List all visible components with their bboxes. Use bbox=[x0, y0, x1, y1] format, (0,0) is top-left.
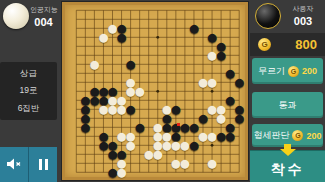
board-cell[interactable]: ● bbox=[198, 78, 207, 87]
board-cell[interactable] bbox=[208, 24, 217, 33]
board-cell[interactable] bbox=[117, 51, 126, 60]
board-cell[interactable] bbox=[126, 123, 135, 132]
board-cell[interactable] bbox=[108, 78, 117, 87]
board-cell[interactable] bbox=[217, 33, 226, 42]
board-cell[interactable] bbox=[135, 78, 144, 87]
board-cell[interactable] bbox=[235, 24, 244, 33]
board-cell[interactable]: ● bbox=[208, 51, 217, 60]
board-cell[interactable]: ● bbox=[235, 114, 244, 123]
board-cell[interactable] bbox=[126, 168, 135, 177]
board-cell[interactable] bbox=[153, 33, 162, 42]
board-cell[interactable] bbox=[189, 87, 198, 96]
board-cell[interactable] bbox=[90, 15, 99, 24]
board-cell[interactable] bbox=[171, 42, 180, 51]
board-cell[interactable] bbox=[126, 159, 135, 168]
board-cell[interactable] bbox=[217, 15, 226, 24]
board-cell[interactable]: ● bbox=[108, 96, 117, 105]
board-cell[interactable] bbox=[126, 42, 135, 51]
board-cell[interactable] bbox=[162, 159, 171, 168]
board-cell[interactable] bbox=[99, 78, 108, 87]
board-cell[interactable] bbox=[126, 24, 135, 33]
board-cell[interactable] bbox=[90, 42, 99, 51]
board-cell[interactable] bbox=[99, 51, 108, 60]
board-cell[interactable] bbox=[99, 6, 108, 15]
board-cell[interactable] bbox=[226, 78, 235, 87]
board-cell[interactable] bbox=[99, 60, 108, 69]
board-cell[interactable] bbox=[90, 6, 99, 15]
board-cell[interactable] bbox=[144, 105, 153, 114]
board-cell[interactable] bbox=[135, 60, 144, 69]
board-cell[interactable] bbox=[226, 6, 235, 15]
board-cell[interactable]: ● bbox=[126, 78, 135, 87]
board-cell[interactable] bbox=[144, 96, 153, 105]
board-cell[interactable]: ● bbox=[81, 123, 90, 132]
board-cell[interactable]: ● bbox=[235, 78, 244, 87]
board-cell[interactable] bbox=[208, 141, 217, 150]
board-cell[interactable] bbox=[108, 123, 117, 132]
board-cell[interactable] bbox=[99, 15, 108, 24]
board-cell[interactable] bbox=[235, 123, 244, 132]
board-cell[interactable] bbox=[208, 168, 217, 177]
board-cell[interactable] bbox=[90, 123, 99, 132]
board-cell[interactable] bbox=[198, 96, 207, 105]
board-cell[interactable] bbox=[126, 96, 135, 105]
board-cell[interactable] bbox=[72, 51, 81, 60]
board-cell[interactable] bbox=[189, 159, 198, 168]
board-cell[interactable] bbox=[198, 87, 207, 96]
board-cell[interactable] bbox=[235, 168, 244, 177]
board-cell[interactable]: ● bbox=[81, 114, 90, 123]
board-cell[interactable] bbox=[171, 6, 180, 15]
board-cell[interactable] bbox=[198, 60, 207, 69]
board-cell[interactable] bbox=[180, 114, 189, 123]
board-cell[interactable] bbox=[90, 132, 99, 141]
board-cell[interactable] bbox=[235, 15, 244, 24]
board-cell[interactable] bbox=[235, 6, 244, 15]
board-cell[interactable] bbox=[90, 78, 99, 87]
board-cell[interactable] bbox=[180, 150, 189, 159]
board-cell[interactable] bbox=[198, 51, 207, 60]
board-cell[interactable] bbox=[153, 78, 162, 87]
board-cell[interactable] bbox=[217, 6, 226, 15]
board-cell[interactable] bbox=[153, 114, 162, 123]
board-cell[interactable] bbox=[144, 69, 153, 78]
board-cell[interactable] bbox=[198, 15, 207, 24]
board-cell[interactable] bbox=[208, 42, 217, 51]
board-cell[interactable] bbox=[135, 24, 144, 33]
board-cell[interactable] bbox=[72, 150, 81, 159]
board-cell[interactable] bbox=[135, 33, 144, 42]
board-cell[interactable] bbox=[90, 141, 99, 150]
board-cell[interactable] bbox=[226, 51, 235, 60]
board-cell[interactable] bbox=[226, 159, 235, 168]
board-cell[interactable] bbox=[117, 123, 126, 132]
board-cell[interactable] bbox=[180, 33, 189, 42]
board-cell[interactable] bbox=[198, 141, 207, 150]
board-cell[interactable] bbox=[198, 33, 207, 42]
board-cell[interactable] bbox=[144, 114, 153, 123]
board-cell[interactable] bbox=[135, 69, 144, 78]
board-cell[interactable]: ● bbox=[153, 150, 162, 159]
board-cell[interactable] bbox=[198, 24, 207, 33]
board-cell[interactable] bbox=[198, 42, 207, 51]
board-cell[interactable] bbox=[162, 69, 171, 78]
board-cell[interactable] bbox=[72, 42, 81, 51]
board-cell[interactable] bbox=[171, 87, 180, 96]
board-cell[interactable]: ● bbox=[126, 60, 135, 69]
board-cell[interactable]: ● bbox=[171, 132, 180, 141]
board-cell[interactable] bbox=[198, 6, 207, 15]
board-cell[interactable] bbox=[189, 69, 198, 78]
board-cell[interactable] bbox=[153, 87, 162, 96]
board-cell[interactable] bbox=[117, 78, 126, 87]
board-cell[interactable] bbox=[153, 6, 162, 15]
board-cell[interactable] bbox=[235, 51, 244, 60]
board-cell[interactable] bbox=[171, 150, 180, 159]
board-cell[interactable]: ● bbox=[108, 24, 117, 33]
board-cell[interactable]: ● bbox=[126, 141, 135, 150]
board-cell[interactable] bbox=[81, 87, 90, 96]
board-cell[interactable] bbox=[90, 168, 99, 177]
board-cell[interactable] bbox=[81, 15, 90, 24]
board-cell[interactable]: ● bbox=[117, 159, 126, 168]
board-cell[interactable]: ● bbox=[198, 114, 207, 123]
board-cell[interactable]: ● bbox=[99, 87, 108, 96]
board-cell[interactable]: ● bbox=[171, 123, 180, 132]
board-cell[interactable] bbox=[189, 150, 198, 159]
board-cell[interactable] bbox=[81, 24, 90, 33]
board-cell[interactable] bbox=[126, 51, 135, 60]
board-cell[interactable]: ● bbox=[126, 87, 135, 96]
board-cell[interactable] bbox=[126, 114, 135, 123]
board-cell[interactable] bbox=[189, 33, 198, 42]
board-cell[interactable] bbox=[117, 42, 126, 51]
board-cell[interactable] bbox=[108, 60, 117, 69]
board-cell[interactable]: ● bbox=[117, 168, 126, 177]
board-cell[interactable] bbox=[162, 33, 171, 42]
board-cell[interactable] bbox=[144, 168, 153, 177]
board-cell[interactable] bbox=[135, 150, 144, 159]
board-cell[interactable]: ● bbox=[226, 123, 235, 132]
board-cell[interactable] bbox=[72, 96, 81, 105]
board-cell[interactable] bbox=[217, 168, 226, 177]
board-cell[interactable] bbox=[235, 69, 244, 78]
board-cell[interactable] bbox=[135, 96, 144, 105]
board-cell[interactable] bbox=[235, 159, 244, 168]
board-cell[interactable]: ● bbox=[162, 123, 171, 132]
board-cell[interactable]: ● bbox=[162, 114, 171, 123]
board-cell[interactable] bbox=[153, 168, 162, 177]
board-cell[interactable] bbox=[217, 60, 226, 69]
board-cell[interactable] bbox=[90, 51, 99, 60]
board-cell[interactable] bbox=[81, 132, 90, 141]
board-cell[interactable] bbox=[208, 87, 217, 96]
board-cell[interactable] bbox=[72, 123, 81, 132]
board-cell[interactable] bbox=[99, 69, 108, 78]
board-cell[interactable] bbox=[208, 60, 217, 69]
board-cell[interactable]: ● bbox=[235, 105, 244, 114]
board-cell[interactable] bbox=[217, 78, 226, 87]
board-cell[interactable] bbox=[108, 33, 117, 42]
board-cell[interactable] bbox=[117, 87, 126, 96]
board-cell[interactable] bbox=[72, 6, 81, 15]
board-cell[interactable] bbox=[235, 150, 244, 159]
board-cell[interactable]: ● bbox=[99, 105, 108, 114]
board-cell[interactable] bbox=[135, 15, 144, 24]
board-cell[interactable] bbox=[208, 15, 217, 24]
board-cell[interactable] bbox=[72, 33, 81, 42]
board-cell[interactable] bbox=[144, 33, 153, 42]
place-stone-button[interactable]: 착수 bbox=[250, 150, 325, 182]
board-cell[interactable]: ● bbox=[153, 132, 162, 141]
board-cell[interactable] bbox=[108, 42, 117, 51]
board-cell[interactable] bbox=[189, 60, 198, 69]
board-cell[interactable] bbox=[135, 42, 144, 51]
board-cell[interactable]: ● bbox=[162, 141, 171, 150]
board-cell[interactable] bbox=[144, 24, 153, 33]
board-cell[interactable] bbox=[144, 78, 153, 87]
board-cell[interactable] bbox=[208, 96, 217, 105]
board-cell[interactable]: ● bbox=[198, 132, 207, 141]
board-cell[interactable] bbox=[180, 168, 189, 177]
board-cell[interactable] bbox=[90, 69, 99, 78]
board-cell[interactable] bbox=[226, 33, 235, 42]
board-cell[interactable]: ● bbox=[126, 105, 135, 114]
board-cell[interactable]: ● bbox=[117, 105, 126, 114]
board-cell[interactable] bbox=[72, 69, 81, 78]
board-cell[interactable] bbox=[171, 33, 180, 42]
board-cell[interactable]: ● bbox=[189, 123, 198, 132]
board-cell[interactable] bbox=[162, 96, 171, 105]
board-cell[interactable] bbox=[72, 114, 81, 123]
board-cell[interactable] bbox=[72, 24, 81, 33]
board-cell[interactable]: ● bbox=[117, 96, 126, 105]
board-cell[interactable] bbox=[171, 96, 180, 105]
board-cell[interactable] bbox=[189, 105, 198, 114]
board-cell[interactable] bbox=[235, 96, 244, 105]
board-cell[interactable] bbox=[235, 132, 244, 141]
board-cell[interactable] bbox=[180, 15, 189, 24]
board-cell[interactable] bbox=[144, 159, 153, 168]
board-cell[interactable] bbox=[81, 150, 90, 159]
board-cell[interactable]: ● bbox=[189, 24, 198, 33]
board-cell[interactable] bbox=[217, 96, 226, 105]
board-cell[interactable]: ● bbox=[117, 132, 126, 141]
board-cell[interactable] bbox=[171, 114, 180, 123]
board-cell[interactable] bbox=[153, 105, 162, 114]
board-cell[interactable] bbox=[217, 24, 226, 33]
board-cell[interactable] bbox=[108, 159, 117, 168]
board-cell[interactable] bbox=[162, 60, 171, 69]
board-cell[interactable] bbox=[126, 69, 135, 78]
board-cell[interactable] bbox=[171, 15, 180, 24]
board-cell[interactable] bbox=[198, 150, 207, 159]
board-cell[interactable] bbox=[189, 51, 198, 60]
board-cell[interactable] bbox=[162, 6, 171, 15]
board-cell[interactable]: ● bbox=[217, 132, 226, 141]
board-cell[interactable]: ● bbox=[208, 105, 217, 114]
board-cell[interactable] bbox=[81, 168, 90, 177]
board-cell[interactable] bbox=[226, 150, 235, 159]
board-cell[interactable]: ● bbox=[162, 105, 171, 114]
board-cell[interactable] bbox=[162, 42, 171, 51]
board-cell[interactable] bbox=[226, 168, 235, 177]
board-cell[interactable]: ● bbox=[99, 96, 108, 105]
board-cell[interactable]: ● bbox=[153, 123, 162, 132]
board-cell[interactable] bbox=[171, 60, 180, 69]
board-cell[interactable]: ● bbox=[226, 69, 235, 78]
board-cell[interactable] bbox=[180, 69, 189, 78]
board-cell[interactable] bbox=[217, 141, 226, 150]
board-cell[interactable]: ● bbox=[208, 78, 217, 87]
board-cell[interactable] bbox=[108, 51, 117, 60]
board-cell[interactable] bbox=[217, 123, 226, 132]
board-cell[interactable] bbox=[81, 159, 90, 168]
board-cell[interactable] bbox=[126, 15, 135, 24]
board-cell[interactable] bbox=[180, 78, 189, 87]
board-cell[interactable] bbox=[72, 159, 81, 168]
board-cell[interactable]: ● bbox=[217, 114, 226, 123]
board-cell[interactable] bbox=[208, 6, 217, 15]
board-cell[interactable] bbox=[108, 114, 117, 123]
board-cell[interactable] bbox=[198, 123, 207, 132]
board-cell[interactable] bbox=[180, 60, 189, 69]
board-cell[interactable] bbox=[117, 15, 126, 24]
board-cell[interactable] bbox=[226, 15, 235, 24]
pause-button[interactable] bbox=[29, 147, 57, 182]
board-cell[interactable] bbox=[90, 24, 99, 33]
board-cell[interactable] bbox=[117, 6, 126, 15]
board-cell[interactable] bbox=[81, 69, 90, 78]
board-cell[interactable] bbox=[162, 150, 171, 159]
board-cell[interactable]: ● bbox=[117, 33, 126, 42]
board-cell[interactable] bbox=[153, 159, 162, 168]
board-cell[interactable] bbox=[81, 6, 90, 15]
board-cell[interactable] bbox=[171, 168, 180, 177]
board-cell[interactable]: ● bbox=[189, 141, 198, 150]
board-cell[interactable]: ● bbox=[99, 33, 108, 42]
board-cell[interactable] bbox=[208, 69, 217, 78]
board-cell[interactable] bbox=[180, 105, 189, 114]
board-cell[interactable] bbox=[72, 105, 81, 114]
board-cell[interactable] bbox=[99, 123, 108, 132]
board-cell[interactable] bbox=[226, 60, 235, 69]
board-cell[interactable] bbox=[108, 69, 117, 78]
board-cell[interactable] bbox=[226, 87, 235, 96]
board-cell[interactable] bbox=[189, 132, 198, 141]
board-cell[interactable] bbox=[90, 159, 99, 168]
board-cell[interactable] bbox=[208, 114, 217, 123]
board-cell[interactable] bbox=[90, 114, 99, 123]
board-cell[interactable] bbox=[189, 42, 198, 51]
board-cell[interactable] bbox=[117, 141, 126, 150]
board-cell[interactable]: ● bbox=[217, 42, 226, 51]
board-cell[interactable] bbox=[81, 42, 90, 51]
board-cell[interactable] bbox=[180, 96, 189, 105]
board-cell[interactable] bbox=[235, 60, 244, 69]
board-cell[interactable]: ● bbox=[90, 60, 99, 69]
board-cell[interactable] bbox=[144, 87, 153, 96]
board-cell[interactable]: ● bbox=[108, 168, 117, 177]
board-cell[interactable]: ● bbox=[81, 96, 90, 105]
board-cell[interactable] bbox=[144, 51, 153, 60]
board-cell[interactable] bbox=[217, 69, 226, 78]
board-cell[interactable] bbox=[180, 42, 189, 51]
board-cell[interactable] bbox=[180, 132, 189, 141]
board-cell[interactable] bbox=[171, 78, 180, 87]
board-cell[interactable] bbox=[144, 42, 153, 51]
board-cell[interactable] bbox=[126, 33, 135, 42]
undo-button[interactable]: 무르기 G 200 bbox=[252, 58, 323, 84]
board-cell[interactable] bbox=[144, 15, 153, 24]
board-cell[interactable] bbox=[135, 141, 144, 150]
board-cell[interactable] bbox=[90, 33, 99, 42]
board-cell[interactable]: ● bbox=[81, 105, 90, 114]
board-cell[interactable] bbox=[162, 87, 171, 96]
board-cell[interactable] bbox=[153, 51, 162, 60]
board-cell[interactable] bbox=[162, 24, 171, 33]
board-cell[interactable] bbox=[144, 132, 153, 141]
board-cell[interactable] bbox=[126, 6, 135, 15]
board-cell[interactable] bbox=[90, 105, 99, 114]
board-cell[interactable] bbox=[217, 87, 226, 96]
board-cell[interactable] bbox=[235, 141, 244, 150]
board-cell[interactable] bbox=[153, 60, 162, 69]
board-cell[interactable]: ● bbox=[108, 105, 117, 114]
board-cell[interactable] bbox=[99, 159, 108, 168]
board-cell[interactable] bbox=[162, 51, 171, 60]
board-cell[interactable] bbox=[144, 123, 153, 132]
board-cell[interactable] bbox=[135, 132, 144, 141]
board-cell[interactable]: ● bbox=[90, 96, 99, 105]
board-cell[interactable]: ● bbox=[226, 132, 235, 141]
board-cell[interactable]: ● bbox=[117, 24, 126, 33]
board-cell[interactable] bbox=[81, 33, 90, 42]
board-cell[interactable] bbox=[72, 78, 81, 87]
board-cell[interactable] bbox=[153, 42, 162, 51]
board-cell[interactable]: ● bbox=[226, 96, 235, 105]
board-cell[interactable] bbox=[81, 78, 90, 87]
board-cell[interactable]: ● bbox=[90, 87, 99, 96]
board-cell[interactable] bbox=[108, 6, 117, 15]
board-cell[interactable] bbox=[135, 168, 144, 177]
board-cell[interactable]: ● bbox=[144, 150, 153, 159]
board-cell[interactable] bbox=[99, 150, 108, 159]
board-cell[interactable] bbox=[217, 159, 226, 168]
board-cell[interactable] bbox=[180, 87, 189, 96]
board-cell[interactable] bbox=[189, 15, 198, 24]
board-cell[interactable]: ● bbox=[171, 105, 180, 114]
board-cell[interactable] bbox=[226, 105, 235, 114]
board-cell[interactable] bbox=[235, 33, 244, 42]
board-cell[interactable]: ● bbox=[153, 141, 162, 150]
board-cell[interactable] bbox=[117, 60, 126, 69]
board-cell[interactable] bbox=[189, 96, 198, 105]
board-cell[interactable] bbox=[99, 168, 108, 177]
board-cell[interactable] bbox=[108, 132, 117, 141]
board-cell[interactable] bbox=[144, 6, 153, 15]
board-cell[interactable]: ● bbox=[99, 141, 108, 150]
board-cell[interactable] bbox=[162, 168, 171, 177]
board-cell[interactable]: ● bbox=[126, 132, 135, 141]
board-cell[interactable] bbox=[226, 42, 235, 51]
board-cell[interactable] bbox=[81, 51, 90, 60]
board-cell[interactable] bbox=[180, 24, 189, 33]
board-cell[interactable] bbox=[99, 24, 108, 33]
board-cell[interactable]: ● bbox=[108, 150, 117, 159]
board-cell[interactable] bbox=[171, 51, 180, 60]
board-cell[interactable] bbox=[135, 159, 144, 168]
